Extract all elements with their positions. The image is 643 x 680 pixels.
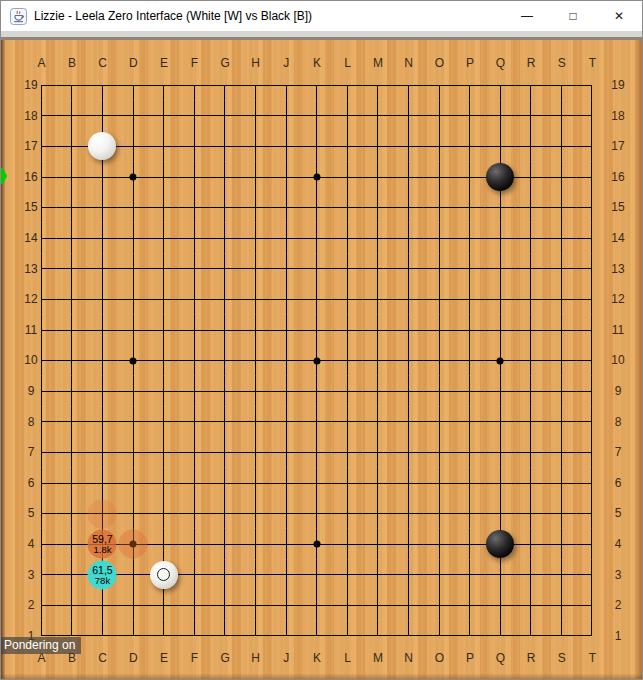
- board-cell-N16[interactable]: [393, 162, 424, 193]
- board-cell-N12[interactable]: [393, 284, 424, 315]
- board-cell-Q15[interactable]: [485, 192, 516, 223]
- board-cell-P2[interactable]: [454, 590, 485, 621]
- board-cell-L18[interactable]: [332, 101, 363, 132]
- board-cell-J16[interactable]: [271, 162, 302, 193]
- board-cell-B7[interactable]: [57, 437, 88, 468]
- board-cell-G12[interactable]: [210, 284, 241, 315]
- board-cell-C15[interactable]: [87, 192, 118, 223]
- board-cell-J1[interactable]: [271, 621, 302, 652]
- board-cell-B15[interactable]: [57, 192, 88, 223]
- board-cell-C14[interactable]: [87, 223, 118, 254]
- board-cell-P3[interactable]: [454, 560, 485, 591]
- board-cell-P12[interactable]: [454, 284, 485, 315]
- board-cell-P11[interactable]: [454, 315, 485, 346]
- board-cell-R16[interactable]: [516, 162, 547, 193]
- board-cell-D15[interactable]: [118, 192, 149, 223]
- board-cell-N8[interactable]: [393, 407, 424, 438]
- board-cell-L3[interactable]: [332, 560, 363, 591]
- board-cell-N4[interactable]: [393, 529, 424, 560]
- board-cell-Q8[interactable]: [485, 407, 516, 438]
- board-cell-Q6[interactable]: [485, 468, 516, 499]
- board-cell-S2[interactable]: [546, 590, 577, 621]
- board-cell-F18[interactable]: [179, 101, 210, 132]
- board-cell-R8[interactable]: [516, 407, 547, 438]
- board-cell-D10[interactable]: [118, 345, 149, 376]
- candidate-move-D4[interactable]: [119, 530, 148, 559]
- board-cell-R17[interactable]: [516, 131, 547, 162]
- board-cell-R5[interactable]: [516, 498, 547, 529]
- board-cell-R4[interactable]: [516, 529, 547, 560]
- board-cell-C9[interactable]: [87, 376, 118, 407]
- board-cell-O18[interactable]: [424, 101, 455, 132]
- board-cell-C12[interactable]: [87, 284, 118, 315]
- board-cell-T4[interactable]: [577, 529, 608, 560]
- board-cell-F9[interactable]: [179, 376, 210, 407]
- board-cell-D19[interactable]: [118, 70, 149, 101]
- board-cell-T19[interactable]: [577, 70, 608, 101]
- board-cell-O4[interactable]: [424, 529, 455, 560]
- board-cell-K3[interactable]: [301, 560, 332, 591]
- board-cell-H16[interactable]: [240, 162, 271, 193]
- board-cell-G4[interactable]: [210, 529, 241, 560]
- board-cell-F19[interactable]: [179, 70, 210, 101]
- board-cell-H5[interactable]: [240, 498, 271, 529]
- board-cell-N5[interactable]: [393, 498, 424, 529]
- board-cell-B8[interactable]: [57, 407, 88, 438]
- board-cell-O8[interactable]: [424, 407, 455, 438]
- board-cell-S18[interactable]: [546, 101, 577, 132]
- board-cell-K17[interactable]: [301, 131, 332, 162]
- candidate-move-C4[interactable]: 59,71.8k: [88, 530, 117, 559]
- board-cell-K11[interactable]: [301, 315, 332, 346]
- board-cell-K4[interactable]: [301, 529, 332, 560]
- board-cell-P13[interactable]: [454, 254, 485, 285]
- board-cell-M14[interactable]: [363, 223, 394, 254]
- board-cell-N1[interactable]: [393, 621, 424, 652]
- board-cell-S19[interactable]: [546, 70, 577, 101]
- board-cell-R12[interactable]: [516, 284, 547, 315]
- board-cell-D17[interactable]: [118, 131, 149, 162]
- board-cell-O17[interactable]: [424, 131, 455, 162]
- board-cell-S13[interactable]: [546, 254, 577, 285]
- board-cell-L2[interactable]: [332, 590, 363, 621]
- board-cell-T3[interactable]: [577, 560, 608, 591]
- board-cell-D5[interactable]: [118, 498, 149, 529]
- board-cell-M6[interactable]: [363, 468, 394, 499]
- board-cell-E3[interactable]: [148, 560, 179, 591]
- board-cell-M19[interactable]: [363, 70, 394, 101]
- candidate-move-C5[interactable]: [88, 499, 117, 528]
- board-cell-R2[interactable]: [516, 590, 547, 621]
- board-cell-S16[interactable]: [546, 162, 577, 193]
- board-cell-H2[interactable]: [240, 590, 271, 621]
- board-cell-Q13[interactable]: [485, 254, 516, 285]
- board-cell-E12[interactable]: [148, 284, 179, 315]
- board-cell-Q11[interactable]: [485, 315, 516, 346]
- board-cell-K18[interactable]: [301, 101, 332, 132]
- board-cell-J19[interactable]: [271, 70, 302, 101]
- board-cell-J7[interactable]: [271, 437, 302, 468]
- board-cell-P9[interactable]: [454, 376, 485, 407]
- board-cell-S6[interactable]: [546, 468, 577, 499]
- board-cell-B3[interactable]: [57, 560, 88, 591]
- board-cell-M8[interactable]: [363, 407, 394, 438]
- board-cell-E4[interactable]: [148, 529, 179, 560]
- board-cell-R15[interactable]: [516, 192, 547, 223]
- board-cell-B13[interactable]: [57, 254, 88, 285]
- board-cell-J6[interactable]: [271, 468, 302, 499]
- board-cell-N13[interactable]: [393, 254, 424, 285]
- board-cell-Q4[interactable]: [485, 529, 516, 560]
- board-cell-M10[interactable]: [363, 345, 394, 376]
- board-cell-J5[interactable]: [271, 498, 302, 529]
- board-cell-J18[interactable]: [271, 101, 302, 132]
- board-cell-D16[interactable]: [118, 162, 149, 193]
- board-cell-K8[interactable]: [301, 407, 332, 438]
- board-cell-M4[interactable]: [363, 529, 394, 560]
- board-cell-J17[interactable]: [271, 131, 302, 162]
- board-cell-K7[interactable]: [301, 437, 332, 468]
- board-cell-R9[interactable]: [516, 376, 547, 407]
- board-cell-H11[interactable]: [240, 315, 271, 346]
- board-cell-J10[interactable]: [271, 345, 302, 376]
- board-cell-H4[interactable]: [240, 529, 271, 560]
- board-cell-M1[interactable]: [363, 621, 394, 652]
- board-cell-B2[interactable]: [57, 590, 88, 621]
- board-cell-L9[interactable]: [332, 376, 363, 407]
- board-cell-T17[interactable]: [577, 131, 608, 162]
- board-cell-G14[interactable]: [210, 223, 241, 254]
- board-cell-G10[interactable]: [210, 345, 241, 376]
- board-cell-C7[interactable]: [87, 437, 118, 468]
- board-cell-G9[interactable]: [210, 376, 241, 407]
- board-cell-S4[interactable]: [546, 529, 577, 560]
- board-cell-G8[interactable]: [210, 407, 241, 438]
- board-cell-J13[interactable]: [271, 254, 302, 285]
- board-cell-M2[interactable]: [363, 590, 394, 621]
- board-cell-S17[interactable]: [546, 131, 577, 162]
- board-cell-R10[interactable]: [516, 345, 547, 376]
- board-cell-C10[interactable]: [87, 345, 118, 376]
- board-cell-O2[interactable]: [424, 590, 455, 621]
- board-cell-D6[interactable]: [118, 468, 149, 499]
- board-cell-O7[interactable]: [424, 437, 455, 468]
- board-cell-O6[interactable]: [424, 468, 455, 499]
- board-cell-J12[interactable]: [271, 284, 302, 315]
- board-cell-G5[interactable]: [210, 498, 241, 529]
- board-cell-S10[interactable]: [546, 345, 577, 376]
- board-cell-L17[interactable]: [332, 131, 363, 162]
- board-cell-G7[interactable]: [210, 437, 241, 468]
- board-cell-S9[interactable]: [546, 376, 577, 407]
- board-cell-K2[interactable]: [301, 590, 332, 621]
- board-cell-H6[interactable]: [240, 468, 271, 499]
- board-cell-R3[interactable]: [516, 560, 547, 591]
- board-cell-C19[interactable]: [87, 70, 118, 101]
- board-cell-O13[interactable]: [424, 254, 455, 285]
- board-cell-C1[interactable]: [87, 621, 118, 652]
- board-cell-P6[interactable]: [454, 468, 485, 499]
- board-cell-Q14[interactable]: [485, 223, 516, 254]
- board-cell-L16[interactable]: [332, 162, 363, 193]
- board-cell-F10[interactable]: [179, 345, 210, 376]
- board-cell-G16[interactable]: [210, 162, 241, 193]
- board-cell-R11[interactable]: [516, 315, 547, 346]
- board-cell-L12[interactable]: [332, 284, 363, 315]
- board-cell-K15[interactable]: [301, 192, 332, 223]
- board-cell-H14[interactable]: [240, 223, 271, 254]
- board-cell-C18[interactable]: [87, 101, 118, 132]
- board-cell-G11[interactable]: [210, 315, 241, 346]
- board-cell-F2[interactable]: [179, 590, 210, 621]
- board-cell-N10[interactable]: [393, 345, 424, 376]
- board-cell-T15[interactable]: [577, 192, 608, 223]
- board-cell-F16[interactable]: [179, 162, 210, 193]
- board-cell-C11[interactable]: [87, 315, 118, 346]
- board-cell-C6[interactable]: [87, 468, 118, 499]
- board-cell-N7[interactable]: [393, 437, 424, 468]
- board-cell-K19[interactable]: [301, 70, 332, 101]
- board-cell-C4[interactable]: 59,71.8k: [87, 529, 118, 560]
- board-cell-P19[interactable]: [454, 70, 485, 101]
- board-cell-H15[interactable]: [240, 192, 271, 223]
- board-cell-D13[interactable]: [118, 254, 149, 285]
- board-cell-B14[interactable]: [57, 223, 88, 254]
- board-cell-S11[interactable]: [546, 315, 577, 346]
- board-cell-N15[interactable]: [393, 192, 424, 223]
- board-cell-O19[interactable]: [424, 70, 455, 101]
- board-cell-L8[interactable]: [332, 407, 363, 438]
- board-cell-H17[interactable]: [240, 131, 271, 162]
- board-cell-O11[interactable]: [424, 315, 455, 346]
- board-cell-L11[interactable]: [332, 315, 363, 346]
- board-cell-K13[interactable]: [301, 254, 332, 285]
- board-cell-S1[interactable]: [546, 621, 577, 652]
- board-cell-G6[interactable]: [210, 468, 241, 499]
- board-cell-O15[interactable]: [424, 192, 455, 223]
- board-cell-D1[interactable]: [118, 621, 149, 652]
- board-cell-D7[interactable]: [118, 437, 149, 468]
- board-cell-P17[interactable]: [454, 131, 485, 162]
- board-cell-B6[interactable]: [57, 468, 88, 499]
- board-cell-R13[interactable]: [516, 254, 547, 285]
- board-cell-M16[interactable]: [363, 162, 394, 193]
- board-cell-T5[interactable]: [577, 498, 608, 529]
- board-cell-F11[interactable]: [179, 315, 210, 346]
- board-cell-K14[interactable]: [301, 223, 332, 254]
- board-cell-O1[interactable]: [424, 621, 455, 652]
- board-cell-H8[interactable]: [240, 407, 271, 438]
- board-cell-F17[interactable]: [179, 131, 210, 162]
- board-cell-R7[interactable]: [516, 437, 547, 468]
- board-cell-C8[interactable]: [87, 407, 118, 438]
- board-cell-E19[interactable]: [148, 70, 179, 101]
- board-cell-D18[interactable]: [118, 101, 149, 132]
- board-cell-F5[interactable]: [179, 498, 210, 529]
- board-cell-R6[interactable]: [516, 468, 547, 499]
- board-cell-K12[interactable]: [301, 284, 332, 315]
- board-cell-R1[interactable]: [516, 621, 547, 652]
- board-cell-M7[interactable]: [363, 437, 394, 468]
- board-cell-N11[interactable]: [393, 315, 424, 346]
- board-cell-G15[interactable]: [210, 192, 241, 223]
- board-cell-B16[interactable]: [57, 162, 88, 193]
- candidate-move-C3[interactable]: 61,578k: [88, 560, 117, 589]
- board-cell-S15[interactable]: [546, 192, 577, 223]
- board-cell-D14[interactable]: [118, 223, 149, 254]
- board-cell-T16[interactable]: [577, 162, 608, 193]
- board-cell-N19[interactable]: [393, 70, 424, 101]
- board-cell-L13[interactable]: [332, 254, 363, 285]
- board-cell-T2[interactable]: [577, 590, 608, 621]
- board-cell-D2[interactable]: [118, 590, 149, 621]
- board-cell-M17[interactable]: [363, 131, 394, 162]
- board-cell-F12[interactable]: [179, 284, 210, 315]
- board-cell-J11[interactable]: [271, 315, 302, 346]
- board-cell-J14[interactable]: [271, 223, 302, 254]
- board-cell-S12[interactable]: [546, 284, 577, 315]
- board-cell-S14[interactable]: [546, 223, 577, 254]
- board-cell-J4[interactable]: [271, 529, 302, 560]
- board-cell-K16[interactable]: [301, 162, 332, 193]
- board-cell-P7[interactable]: [454, 437, 485, 468]
- board-cell-F13[interactable]: [179, 254, 210, 285]
- board-cell-C13[interactable]: [87, 254, 118, 285]
- board-cell-S3[interactable]: [546, 560, 577, 591]
- board-cell-C5[interactable]: [87, 498, 118, 529]
- board-cell-N17[interactable]: [393, 131, 424, 162]
- board-cell-H3[interactable]: [240, 560, 271, 591]
- board-cell-B12[interactable]: [57, 284, 88, 315]
- board-cell-B19[interactable]: [57, 70, 88, 101]
- board-cell-E1[interactable]: [148, 621, 179, 652]
- board-cell-T8[interactable]: [577, 407, 608, 438]
- board-cell-C17[interactable]: [87, 131, 118, 162]
- board-cell-N14[interactable]: [393, 223, 424, 254]
- board-cell-M11[interactable]: [363, 315, 394, 346]
- board-cell-G1[interactable]: [210, 621, 241, 652]
- board-cell-B4[interactable]: [57, 529, 88, 560]
- board-cell-D11[interactable]: [118, 315, 149, 346]
- board-cell-P1[interactable]: [454, 621, 485, 652]
- board-cell-B10[interactable]: [57, 345, 88, 376]
- board-cell-B18[interactable]: [57, 101, 88, 132]
- board-cell-T18[interactable]: [577, 101, 608, 132]
- minimize-button[interactable]: —: [504, 1, 550, 31]
- board-cell-E13[interactable]: [148, 254, 179, 285]
- board-cell-M9[interactable]: [363, 376, 394, 407]
- board-cell-D3[interactable]: [118, 560, 149, 591]
- board-cell-Q2[interactable]: [485, 590, 516, 621]
- board-cell-P10[interactable]: [454, 345, 485, 376]
- board-cell-L1[interactable]: [332, 621, 363, 652]
- board-cell-E10[interactable]: [148, 345, 179, 376]
- board-cell-T9[interactable]: [577, 376, 608, 407]
- board-cell-N18[interactable]: [393, 101, 424, 132]
- board-cell-R14[interactable]: [516, 223, 547, 254]
- board-cell-E17[interactable]: [148, 131, 179, 162]
- board-cell-O5[interactable]: [424, 498, 455, 529]
- board-cell-L5[interactable]: [332, 498, 363, 529]
- board-cell-L15[interactable]: [332, 192, 363, 223]
- board-cell-C3[interactable]: 61,578k: [87, 560, 118, 591]
- board-cell-B11[interactable]: [57, 315, 88, 346]
- board-cell-Q7[interactable]: [485, 437, 516, 468]
- board-cell-Q19[interactable]: [485, 70, 516, 101]
- board-cell-J3[interactable]: [271, 560, 302, 591]
- board-cell-D4[interactable]: [118, 529, 149, 560]
- board-cell-R18[interactable]: [516, 101, 547, 132]
- board-cell-P8[interactable]: [454, 407, 485, 438]
- board-cell-H9[interactable]: [240, 376, 271, 407]
- board-cell-M3[interactable]: [363, 560, 394, 591]
- board-cell-E7[interactable]: [148, 437, 179, 468]
- board-cell-T13[interactable]: [577, 254, 608, 285]
- board-cell-P4[interactable]: [454, 529, 485, 560]
- board-cell-H7[interactable]: [240, 437, 271, 468]
- board-cell-N9[interactable]: [393, 376, 424, 407]
- board-cell-M5[interactable]: [363, 498, 394, 529]
- board-cell-E15[interactable]: [148, 192, 179, 223]
- board-cell-J2[interactable]: [271, 590, 302, 621]
- board-cell-P16[interactable]: [454, 162, 485, 193]
- board-cell-T7[interactable]: [577, 437, 608, 468]
- board-cell-F15[interactable]: [179, 192, 210, 223]
- board-cell-K10[interactable]: [301, 345, 332, 376]
- board-cell-S5[interactable]: [546, 498, 577, 529]
- close-button[interactable]: ✕: [596, 1, 642, 31]
- board-cell-F7[interactable]: [179, 437, 210, 468]
- board-cell-E14[interactable]: [148, 223, 179, 254]
- board-cell-F6[interactable]: [179, 468, 210, 499]
- board-cell-T6[interactable]: [577, 468, 608, 499]
- board-cell-R19[interactable]: [516, 70, 547, 101]
- board-cell-O12[interactable]: [424, 284, 455, 315]
- board-cell-M12[interactable]: [363, 284, 394, 315]
- board-cell-L4[interactable]: [332, 529, 363, 560]
- board-cell-P14[interactable]: [454, 223, 485, 254]
- board-cell-Q18[interactable]: [485, 101, 516, 132]
- board-cell-S7[interactable]: [546, 437, 577, 468]
- board-cell-C16[interactable]: [87, 162, 118, 193]
- board-cell-B5[interactable]: [57, 498, 88, 529]
- board-cell-T14[interactable]: [577, 223, 608, 254]
- board-cell-G3[interactable]: [210, 560, 241, 591]
- board-cell-C2[interactable]: [87, 590, 118, 621]
- board-cell-Q12[interactable]: [485, 284, 516, 315]
- board-cell-P5[interactable]: [454, 498, 485, 529]
- board-cell-E5[interactable]: [148, 498, 179, 529]
- board-cell-O14[interactable]: [424, 223, 455, 254]
- board-cell-D8[interactable]: [118, 407, 149, 438]
- board-cell-F14[interactable]: [179, 223, 210, 254]
- board-cell-J8[interactable]: [271, 407, 302, 438]
- board-cell-Q17[interactable]: [485, 131, 516, 162]
- board-cell-E8[interactable]: [148, 407, 179, 438]
- board-cell-F1[interactable]: [179, 621, 210, 652]
- board-cell-D12[interactable]: [118, 284, 149, 315]
- board-cell-H19[interactable]: [240, 70, 271, 101]
- board-cell-J15[interactable]: [271, 192, 302, 223]
- board-cell-Q16[interactable]: [485, 162, 516, 193]
- board-cell-T12[interactable]: [577, 284, 608, 315]
- board-cell-B9[interactable]: [57, 376, 88, 407]
- board-cell-H18[interactable]: [240, 101, 271, 132]
- board-cell-M13[interactable]: [363, 254, 394, 285]
- board-cell-J9[interactable]: [271, 376, 302, 407]
- board-cell-N2[interactable]: [393, 590, 424, 621]
- board-cell-T11[interactable]: [577, 315, 608, 346]
